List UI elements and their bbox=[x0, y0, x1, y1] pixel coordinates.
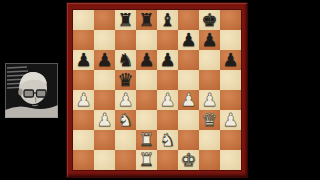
white-queen: ♛ bbox=[201, 110, 217, 130]
square-a3 bbox=[73, 110, 94, 130]
white-pawn: ♟ bbox=[222, 110, 238, 130]
white-pawn: ♟ bbox=[201, 90, 217, 110]
square-b7 bbox=[94, 30, 115, 50]
square-a7 bbox=[73, 30, 94, 50]
black-pawn: ♟ bbox=[180, 30, 196, 50]
square-b5 bbox=[94, 70, 115, 90]
square-d3 bbox=[136, 110, 157, 130]
white-knight: ♞ bbox=[117, 110, 133, 130]
square-e4: ♟ bbox=[157, 90, 178, 110]
square-e7 bbox=[157, 30, 178, 50]
square-c6: ♞ bbox=[115, 50, 136, 70]
square-a6: ♟ bbox=[73, 50, 94, 70]
black-king: ♚ bbox=[201, 10, 217, 30]
square-a8 bbox=[73, 10, 94, 30]
square-h6: ♟ bbox=[220, 50, 241, 70]
square-f7: ♟ bbox=[178, 30, 199, 50]
black-pawn: ♟ bbox=[159, 50, 175, 70]
black-pawn: ♟ bbox=[222, 50, 238, 70]
bw-portrait-photo bbox=[5, 63, 58, 118]
square-f5 bbox=[178, 70, 199, 90]
black-bishop: ♝ bbox=[159, 10, 175, 30]
white-pawn: ♟ bbox=[117, 90, 133, 110]
square-e1 bbox=[157, 150, 178, 170]
portrait-illustration bbox=[5, 63, 58, 118]
square-g4: ♟ bbox=[199, 90, 220, 110]
square-f3 bbox=[178, 110, 199, 130]
square-h8 bbox=[220, 10, 241, 30]
square-h1 bbox=[220, 150, 241, 170]
white-knight: ♞ bbox=[159, 130, 175, 150]
square-f8 bbox=[178, 10, 199, 30]
square-d1: ♜ bbox=[136, 150, 157, 170]
square-d4 bbox=[136, 90, 157, 110]
square-d6: ♟ bbox=[136, 50, 157, 70]
square-h3: ♟ bbox=[220, 110, 241, 130]
square-b1 bbox=[94, 150, 115, 170]
chess-board-frame: ♜♜♝♚♟♟♟♟♞♟♟♟♛♟♟♟♟♟♟♞♛♟♜♞♜♚ bbox=[67, 3, 247, 177]
black-pawn: ♟ bbox=[75, 50, 91, 70]
square-d5 bbox=[136, 70, 157, 90]
square-a5 bbox=[73, 70, 94, 90]
square-e6: ♟ bbox=[157, 50, 178, 70]
square-b8 bbox=[94, 10, 115, 30]
white-rook: ♜ bbox=[138, 130, 154, 150]
square-c7 bbox=[115, 30, 136, 50]
square-a2 bbox=[73, 130, 94, 150]
square-e8: ♝ bbox=[157, 10, 178, 30]
white-pawn: ♟ bbox=[159, 90, 175, 110]
square-c2 bbox=[115, 130, 136, 150]
black-pawn: ♟ bbox=[138, 50, 154, 70]
square-c3: ♞ bbox=[115, 110, 136, 130]
square-b2 bbox=[94, 130, 115, 150]
square-e5 bbox=[157, 70, 178, 90]
video-frame: ♜♜♝♚♟♟♟♟♞♟♟♟♛♟♟♟♟♟♟♞♛♟♜♞♜♚ bbox=[0, 0, 320, 180]
square-h2 bbox=[220, 130, 241, 150]
square-b6: ♟ bbox=[94, 50, 115, 70]
black-knight: ♞ bbox=[117, 50, 133, 70]
square-g2 bbox=[199, 130, 220, 150]
square-c5: ♛ bbox=[115, 70, 136, 90]
square-h7 bbox=[220, 30, 241, 50]
square-a4: ♟ bbox=[73, 90, 94, 110]
black-rook: ♜ bbox=[138, 10, 154, 30]
square-c1 bbox=[115, 150, 136, 170]
white-rook: ♜ bbox=[138, 150, 154, 170]
square-h5 bbox=[220, 70, 241, 90]
square-g8: ♚ bbox=[199, 10, 220, 30]
square-b3: ♟ bbox=[94, 110, 115, 130]
square-g5 bbox=[199, 70, 220, 90]
square-d7 bbox=[136, 30, 157, 50]
white-pawn: ♟ bbox=[96, 110, 112, 130]
square-f1: ♚ bbox=[178, 150, 199, 170]
square-e3 bbox=[157, 110, 178, 130]
white-pawn: ♟ bbox=[75, 90, 91, 110]
square-d8: ♜ bbox=[136, 10, 157, 30]
white-king: ♚ bbox=[180, 150, 196, 170]
square-c4: ♟ bbox=[115, 90, 136, 110]
square-g7: ♟ bbox=[199, 30, 220, 50]
white-pawn: ♟ bbox=[180, 90, 196, 110]
square-d2: ♜ bbox=[136, 130, 157, 150]
square-f6 bbox=[178, 50, 199, 70]
square-f2 bbox=[178, 130, 199, 150]
square-a1 bbox=[73, 150, 94, 170]
black-queen: ♛ bbox=[117, 70, 133, 90]
square-f4: ♟ bbox=[178, 90, 199, 110]
square-b4 bbox=[94, 90, 115, 110]
black-pawn: ♟ bbox=[201, 30, 217, 50]
black-pawn: ♟ bbox=[96, 50, 112, 70]
chess-board: ♜♜♝♚♟♟♟♟♞♟♟♟♛♟♟♟♟♟♟♞♛♟♜♞♜♚ bbox=[73, 10, 241, 170]
square-e2: ♞ bbox=[157, 130, 178, 150]
square-g3: ♛ bbox=[199, 110, 220, 130]
square-h4 bbox=[220, 90, 241, 110]
black-rook: ♜ bbox=[117, 10, 133, 30]
square-g1 bbox=[199, 150, 220, 170]
square-c8: ♜ bbox=[115, 10, 136, 30]
square-g6 bbox=[199, 50, 220, 70]
